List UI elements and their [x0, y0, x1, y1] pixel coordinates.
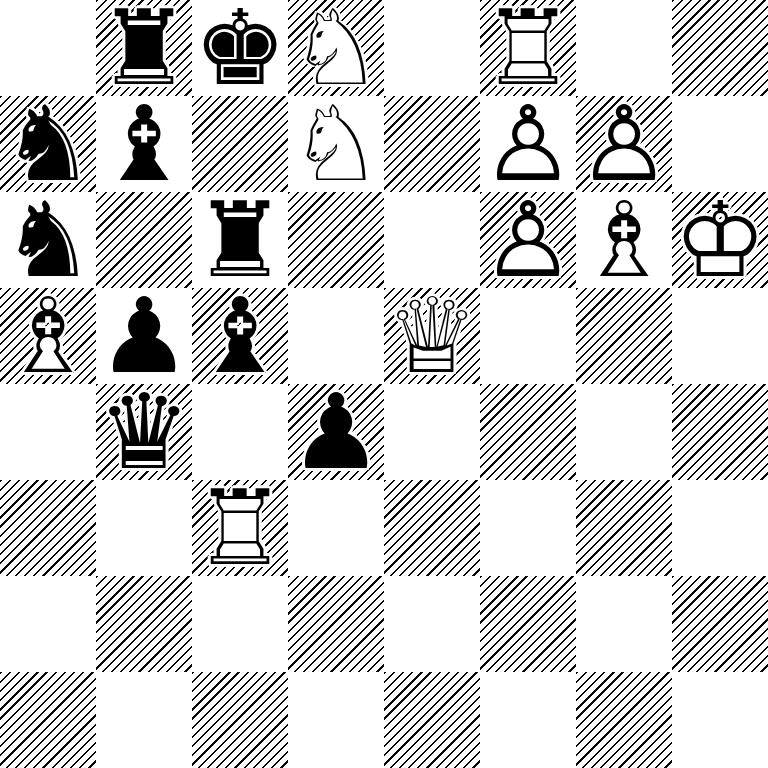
white-rook-piece[interactable]: ♜♖ — [192, 480, 288, 576]
piece-outline-glyph: ♞ — [0, 96, 96, 192]
square-c4[interactable] — [192, 384, 288, 480]
black-pawn-piece[interactable]: ♟♟ — [96, 288, 192, 384]
square-h2[interactable] — [672, 576, 768, 672]
piece-outline-glyph: ♚ — [192, 0, 288, 96]
piece-outline-glyph: ♝ — [192, 288, 288, 384]
square-g5[interactable] — [576, 288, 672, 384]
square-a7[interactable]: ♞♞ — [0, 96, 96, 192]
piece-outline-glyph: ♛ — [96, 384, 192, 480]
piece-outline-glyph: ♗ — [576, 192, 672, 288]
square-b5[interactable]: ♟♟ — [96, 288, 192, 384]
square-f4[interactable] — [480, 384, 576, 480]
black-rook-piece[interactable]: ♜♜ — [96, 0, 192, 96]
square-e5[interactable]: ♛♕ — [384, 288, 480, 384]
square-e6[interactable] — [384, 192, 480, 288]
square-b6[interactable] — [96, 192, 192, 288]
square-a1[interactable] — [0, 672, 96, 768]
square-h4[interactable] — [672, 384, 768, 480]
square-b1[interactable] — [96, 672, 192, 768]
square-c2[interactable] — [192, 576, 288, 672]
square-d7[interactable]: ♞♘ — [288, 96, 384, 192]
square-f8[interactable]: ♜♖ — [480, 0, 576, 96]
piece-outline-glyph: ♜ — [192, 192, 288, 288]
square-g6[interactable]: ♝♗ — [576, 192, 672, 288]
square-d1[interactable] — [288, 672, 384, 768]
square-b8[interactable]: ♜♜ — [96, 0, 192, 96]
piece-outline-glyph: ♝ — [96, 96, 192, 192]
square-h7[interactable] — [672, 96, 768, 192]
square-a4[interactable] — [0, 384, 96, 480]
square-f6[interactable]: ♟♙ — [480, 192, 576, 288]
square-c1[interactable] — [192, 672, 288, 768]
square-g4[interactable] — [576, 384, 672, 480]
chess-board: ♜♜♚♚♞♘♜♖♞♞♝♝♞♘♟♙♟♙♞♞♜♜♟♙♝♗♚♔♝♗♟♟♝♝♛♕♛♛♟♟… — [0, 0, 768, 768]
square-c3[interactable]: ♜♖ — [192, 480, 288, 576]
square-d8[interactable]: ♞♘ — [288, 0, 384, 96]
square-f5[interactable] — [480, 288, 576, 384]
square-a2[interactable] — [0, 576, 96, 672]
piece-outline-glyph: ♔ — [672, 192, 768, 288]
square-c7[interactable] — [192, 96, 288, 192]
square-c5[interactable]: ♝♝ — [192, 288, 288, 384]
square-g2[interactable] — [576, 576, 672, 672]
piece-outline-glyph: ♞ — [0, 192, 96, 288]
square-b4[interactable]: ♛♛ — [96, 384, 192, 480]
square-h1[interactable] — [672, 672, 768, 768]
square-h8[interactable] — [672, 0, 768, 96]
black-knight-piece[interactable]: ♞♞ — [0, 192, 96, 288]
white-king-piece[interactable]: ♚♔ — [672, 192, 768, 288]
square-e2[interactable] — [384, 576, 480, 672]
black-rook-piece[interactable]: ♜♜ — [192, 192, 288, 288]
square-c6[interactable]: ♜♜ — [192, 192, 288, 288]
piece-outline-glyph: ♖ — [192, 480, 288, 576]
square-e8[interactable] — [384, 0, 480, 96]
square-a6[interactable]: ♞♞ — [0, 192, 96, 288]
piece-outline-glyph: ♘ — [288, 0, 384, 96]
piece-outline-glyph: ♘ — [288, 96, 384, 192]
piece-outline-glyph: ♟ — [96, 288, 192, 384]
piece-outline-glyph: ♙ — [576, 96, 672, 192]
square-h5[interactable] — [672, 288, 768, 384]
square-d3[interactable] — [288, 480, 384, 576]
white-pawn-piece[interactable]: ♟♙ — [576, 96, 672, 192]
white-bishop-piece[interactable]: ♝♗ — [0, 288, 96, 384]
black-bishop-piece[interactable]: ♝♝ — [96, 96, 192, 192]
square-g8[interactable] — [576, 0, 672, 96]
black-queen-piece[interactable]: ♛♛ — [96, 384, 192, 480]
black-knight-piece[interactable]: ♞♞ — [0, 96, 96, 192]
square-a8[interactable] — [0, 0, 96, 96]
white-rook-piece[interactable]: ♜♖ — [480, 0, 576, 96]
square-g1[interactable] — [576, 672, 672, 768]
white-knight-piece[interactable]: ♞♘ — [288, 96, 384, 192]
square-e4[interactable] — [384, 384, 480, 480]
square-a3[interactable] — [0, 480, 96, 576]
piece-outline-glyph: ♜ — [96, 0, 192, 96]
square-d5[interactable] — [288, 288, 384, 384]
square-d4[interactable]: ♟♟ — [288, 384, 384, 480]
square-d6[interactable] — [288, 192, 384, 288]
piece-outline-glyph: ♖ — [480, 0, 576, 96]
square-h6[interactable]: ♚♔ — [672, 192, 768, 288]
black-king-piece[interactable]: ♚♚ — [192, 0, 288, 96]
square-f1[interactable] — [480, 672, 576, 768]
square-f7[interactable]: ♟♙ — [480, 96, 576, 192]
piece-outline-glyph: ♕ — [384, 288, 480, 384]
square-f3[interactable] — [480, 480, 576, 576]
piece-outline-glyph: ♟ — [288, 384, 384, 480]
white-pawn-piece[interactable]: ♟♙ — [480, 192, 576, 288]
square-d2[interactable] — [288, 576, 384, 672]
square-e7[interactable] — [384, 96, 480, 192]
white-queen-piece[interactable]: ♛♕ — [384, 288, 480, 384]
square-b7[interactable]: ♝♝ — [96, 96, 192, 192]
piece-outline-glyph: ♙ — [480, 192, 576, 288]
piece-outline-glyph: ♙ — [480, 96, 576, 192]
white-knight-piece[interactable]: ♞♘ — [288, 0, 384, 96]
square-c8[interactable]: ♚♚ — [192, 0, 288, 96]
square-e1[interactable] — [384, 672, 480, 768]
white-pawn-piece[interactable]: ♟♙ — [480, 96, 576, 192]
square-g7[interactable]: ♟♙ — [576, 96, 672, 192]
square-h3[interactable] — [672, 480, 768, 576]
white-bishop-piece[interactable]: ♝♗ — [576, 192, 672, 288]
square-b2[interactable] — [96, 576, 192, 672]
square-f2[interactable] — [480, 576, 576, 672]
square-e3[interactable] — [384, 480, 480, 576]
black-pawn-piece[interactable]: ♟♟ — [288, 384, 384, 480]
square-a5[interactable]: ♝♗ — [0, 288, 96, 384]
black-bishop-piece[interactable]: ♝♝ — [192, 288, 288, 384]
piece-outline-glyph: ♗ — [0, 288, 96, 384]
square-b3[interactable] — [96, 480, 192, 576]
square-g3[interactable] — [576, 480, 672, 576]
